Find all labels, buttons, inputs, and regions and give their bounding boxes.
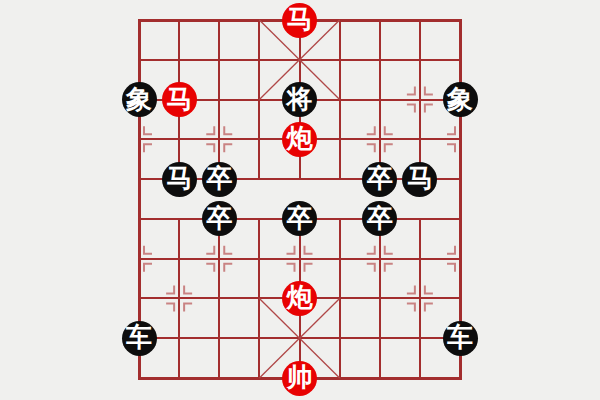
piece-red-horse[interactable]: 马 xyxy=(282,3,317,38)
piece-black-soldier[interactable]: 卒 xyxy=(202,201,237,236)
piece-black-soldier[interactable]: 卒 xyxy=(362,201,397,236)
piece-red-cannon[interactable]: 炮 xyxy=(282,281,317,316)
screen: 马象马将象炮马卒卒马卒卒卒炮车车帅 xyxy=(0,0,600,400)
piece-black-elephant[interactable]: 象 xyxy=(122,82,157,117)
grid-lines xyxy=(139,20,460,378)
piece-red-horse[interactable]: 马 xyxy=(162,82,197,117)
piece-black-elephant[interactable]: 象 xyxy=(443,82,478,117)
piece-black-soldier[interactable]: 卒 xyxy=(202,162,237,197)
piece-black-soldier[interactable]: 卒 xyxy=(362,162,397,197)
piece-black-soldier[interactable]: 卒 xyxy=(282,201,317,236)
xiangqi-board: 马象马将象炮马卒卒马卒卒卒炮车车帅 xyxy=(0,0,600,400)
piece-black-chariot[interactable]: 车 xyxy=(443,321,478,356)
piece-black-chariot[interactable]: 车 xyxy=(122,321,157,356)
piece-black-general[interactable]: 将 xyxy=(282,82,317,117)
piece-black-horse[interactable]: 马 xyxy=(162,162,197,197)
piece-black-horse[interactable]: 马 xyxy=(402,162,437,197)
piece-red-general[interactable]: 帅 xyxy=(282,361,317,396)
board-grid xyxy=(0,0,600,400)
piece-red-cannon[interactable]: 炮 xyxy=(282,122,317,157)
